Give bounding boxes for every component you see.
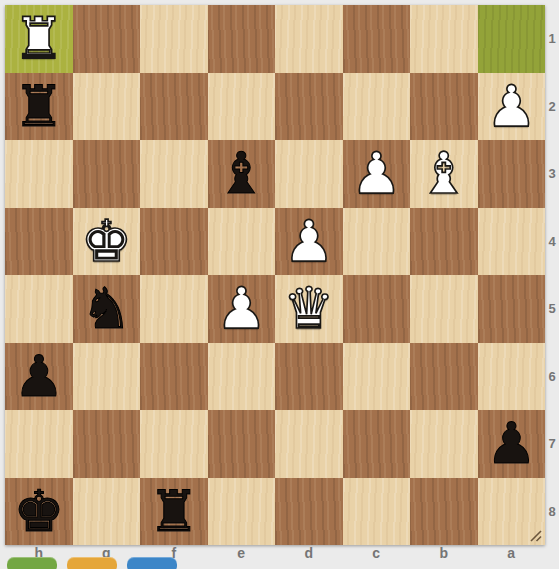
square-b4[interactable]	[410, 208, 478, 276]
white-bishop-b3[interactable]: ♝	[418, 140, 469, 207]
square-d7[interactable]	[275, 410, 343, 478]
white-king-g4[interactable]: ♚	[81, 208, 132, 275]
square-e3[interactable]: ♝	[208, 140, 276, 208]
square-f3[interactable]	[140, 140, 208, 208]
black-rook-f8[interactable]: ♜	[148, 478, 199, 545]
white-pawn-d4[interactable]: ♟	[283, 208, 334, 275]
square-d3[interactable]	[275, 140, 343, 208]
square-b1[interactable]	[410, 5, 478, 73]
file-label-d: d	[275, 545, 343, 561]
rank-label-2: 2	[545, 73, 559, 141]
file-label-c: c	[343, 545, 411, 561]
square-f1[interactable]	[140, 5, 208, 73]
square-h2[interactable]: ♜	[5, 73, 73, 141]
square-g8[interactable]	[73, 478, 141, 546]
black-bishop-e3[interactable]: ♝	[216, 140, 267, 207]
square-g3[interactable]	[73, 140, 141, 208]
square-b6[interactable]	[410, 343, 478, 411]
square-e6[interactable]	[208, 343, 276, 411]
square-c7[interactable]	[343, 410, 411, 478]
square-b7[interactable]	[410, 410, 478, 478]
square-e2[interactable]	[208, 73, 276, 141]
square-e8[interactable]	[208, 478, 276, 546]
file-label-b: b	[410, 545, 478, 561]
rank-label-8: 8	[545, 478, 559, 546]
square-h7[interactable]	[5, 410, 73, 478]
square-e5[interactable]: ♟	[208, 275, 276, 343]
white-pawn-e5[interactable]: ♟	[216, 275, 267, 342]
square-h4[interactable]	[5, 208, 73, 276]
black-pawn-h6[interactable]: ♟	[13, 343, 64, 410]
blue-button[interactable]	[127, 557, 177, 569]
file-label-a: a	[478, 545, 546, 561]
chess-board[interactable]: ♜♜♟♝♟♝♚♟♞♟♛♟♟♚♜	[5, 5, 545, 545]
file-label-e: e	[208, 545, 276, 561]
rank-label-5: 5	[545, 275, 559, 343]
square-f2[interactable]	[140, 73, 208, 141]
square-f8[interactable]: ♜	[140, 478, 208, 546]
rank-label-1: 1	[545, 5, 559, 73]
orange-button[interactable]	[67, 557, 117, 569]
square-c2[interactable]	[343, 73, 411, 141]
square-f4[interactable]	[140, 208, 208, 276]
green-button[interactable]	[7, 557, 57, 569]
square-d6[interactable]	[275, 343, 343, 411]
square-b3[interactable]: ♝	[410, 140, 478, 208]
square-d4[interactable]: ♟	[275, 208, 343, 276]
square-a4[interactable]	[478, 208, 546, 276]
rank-labels: 12345678	[545, 5, 559, 545]
square-h3[interactable]	[5, 140, 73, 208]
square-d5[interactable]: ♛	[275, 275, 343, 343]
black-rook-h2[interactable]: ♜	[13, 73, 64, 140]
square-g4[interactable]: ♚	[73, 208, 141, 276]
square-g7[interactable]	[73, 410, 141, 478]
square-d8[interactable]	[275, 478, 343, 546]
square-a7[interactable]: ♟	[478, 410, 546, 478]
rank-label-6: 6	[545, 343, 559, 411]
black-pawn-a7[interactable]: ♟	[486, 410, 537, 477]
square-e4[interactable]	[208, 208, 276, 276]
square-g2[interactable]	[73, 73, 141, 141]
square-a2[interactable]: ♟	[478, 73, 546, 141]
square-g1[interactable]	[73, 5, 141, 73]
rank-label-3: 3	[545, 140, 559, 208]
resize-handle-icon[interactable]	[528, 528, 543, 543]
square-h5[interactable]	[5, 275, 73, 343]
black-knight-g5[interactable]: ♞	[81, 275, 132, 342]
square-c3[interactable]: ♟	[343, 140, 411, 208]
square-h8[interactable]: ♚	[5, 478, 73, 546]
white-pawn-c3[interactable]: ♟	[351, 140, 402, 207]
square-b5[interactable]	[410, 275, 478, 343]
square-a6[interactable]	[478, 343, 546, 411]
rank-label-7: 7	[545, 410, 559, 478]
square-e1[interactable]	[208, 5, 276, 73]
square-h6[interactable]: ♟	[5, 343, 73, 411]
bottom-toolbar	[7, 557, 177, 569]
square-a5[interactable]	[478, 275, 546, 343]
square-d2[interactable]	[275, 73, 343, 141]
square-f7[interactable]	[140, 410, 208, 478]
square-c6[interactable]	[343, 343, 411, 411]
rank-label-4: 4	[545, 208, 559, 276]
black-king-h8[interactable]: ♚	[13, 478, 64, 545]
square-c5[interactable]	[343, 275, 411, 343]
white-rook-h1[interactable]: ♜	[13, 5, 64, 72]
square-d1[interactable]	[275, 5, 343, 73]
square-c8[interactable]	[343, 478, 411, 546]
square-a1[interactable]	[478, 5, 546, 73]
square-a3[interactable]	[478, 140, 546, 208]
square-e7[interactable]	[208, 410, 276, 478]
white-pawn-a2[interactable]: ♟	[486, 73, 537, 140]
white-queen-d5[interactable]: ♛	[283, 275, 334, 342]
square-f6[interactable]	[140, 343, 208, 411]
square-g6[interactable]	[73, 343, 141, 411]
square-b8[interactable]	[410, 478, 478, 546]
square-c1[interactable]	[343, 5, 411, 73]
square-h1[interactable]: ♜	[5, 5, 73, 73]
square-f5[interactable]	[140, 275, 208, 343]
square-c4[interactable]	[343, 208, 411, 276]
square-b2[interactable]	[410, 73, 478, 141]
square-g5[interactable]: ♞	[73, 275, 141, 343]
